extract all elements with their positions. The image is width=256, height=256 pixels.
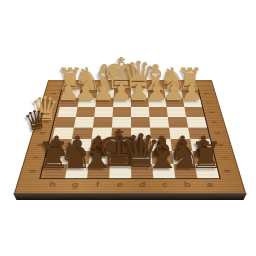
- file-label-b: b: [175, 180, 199, 190]
- square-b4[interactable]: [168, 117, 188, 128]
- rank-label-3-right: 3: [202, 109, 222, 116]
- file-label-g: g: [63, 180, 87, 190]
- square-g3[interactable]: [76, 107, 96, 117]
- file-label-e: e: [108, 180, 131, 190]
- piece-white-pawn-a2[interactable]: ♟: [181, 80, 203, 105]
- square-g4[interactable]: [74, 117, 94, 128]
- file-label-c: c: [153, 180, 176, 190]
- square-c3[interactable]: [149, 107, 168, 117]
- file-labels: hgfedcba: [40, 180, 222, 190]
- file-label-d: d: [131, 180, 154, 190]
- spare-dark-queen[interactable]: ♛: [22, 105, 49, 135]
- square-b3[interactable]: [167, 107, 187, 117]
- file-label-h: h: [40, 180, 65, 190]
- square-d3[interactable]: [131, 107, 149, 117]
- file-label-f: f: [86, 180, 109, 190]
- chess-set-photo: hgfedcba 12345678 12345678 ♜♞♝♚♛♝♞♜♟♟♟♟♟…: [0, 0, 256, 256]
- square-f3[interactable]: [94, 107, 113, 117]
- file-label-a: a: [198, 180, 223, 190]
- rank-label-4-right: 4: [204, 119, 225, 126]
- piece-black-rook-a8[interactable]: ♜: [190, 138, 223, 174]
- square-h3[interactable]: [57, 107, 77, 117]
- square-e3[interactable]: [113, 107, 131, 117]
